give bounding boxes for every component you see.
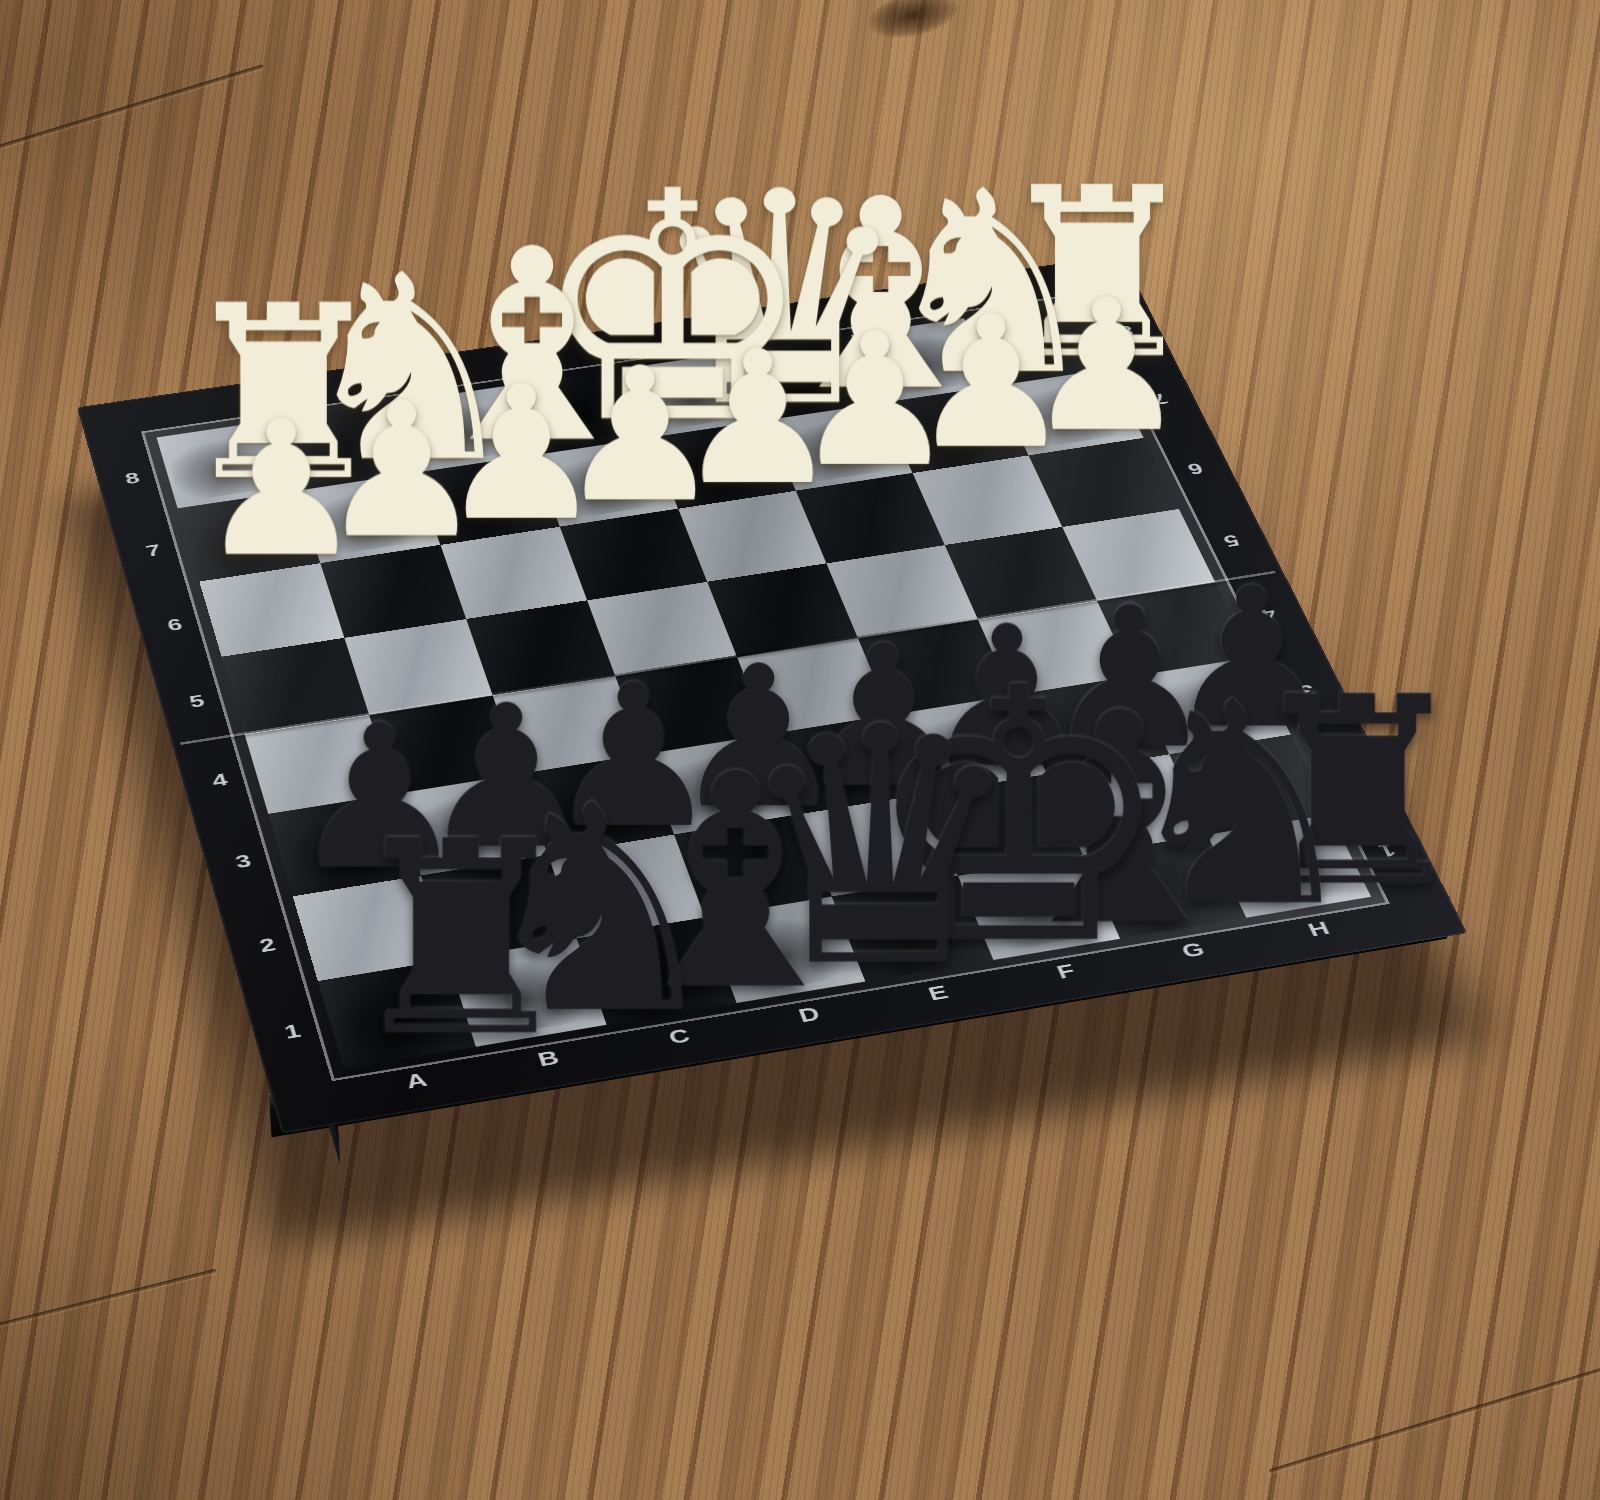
photo-scene: ♜♞♝♚♛♝♞♜♟♟♟♟♟♟♟♟♟♟♟♟♟♟♟♟♜♞♝♛♚♝♞♜ 88A77B6… bbox=[0, 0, 1600, 1500]
wood-plank-seam bbox=[0, 1269, 217, 1336]
rank-label-left-2: 2 bbox=[257, 933, 279, 957]
wood-plank-seam bbox=[0, 64, 264, 156]
rank-label-left-1: 1 bbox=[282, 1019, 305, 1043]
black-rook[interactable]: ♜ bbox=[341, 827, 476, 1054]
rank-label-left-3: 3 bbox=[233, 849, 255, 872]
square-a7[interactable]: ♟ bbox=[178, 491, 321, 582]
board-grid: ♜♞♝♚♛♝♞♜♟♟♟♟♟♟♟♟♟♟♟♟♟♟♟♟♜♞♝♛♚♝♞♜ bbox=[157, 302, 1372, 1069]
rank-label-left-4: 4 bbox=[209, 768, 230, 790]
wood-plank-seam bbox=[1269, 1347, 1600, 1474]
wood-knot bbox=[865, 0, 962, 45]
white-pawn[interactable]: ♟ bbox=[197, 410, 320, 569]
rank-label-left-5: 5 bbox=[187, 690, 208, 712]
rank-label-left-7: 7 bbox=[144, 540, 164, 560]
rank-label-left-6: 6 bbox=[165, 614, 186, 635]
rank-label-right-6: 6 bbox=[1183, 458, 1206, 478]
square-a1[interactable]: ♜ bbox=[318, 960, 476, 1069]
rank-label-left-8: 8 bbox=[123, 468, 143, 488]
